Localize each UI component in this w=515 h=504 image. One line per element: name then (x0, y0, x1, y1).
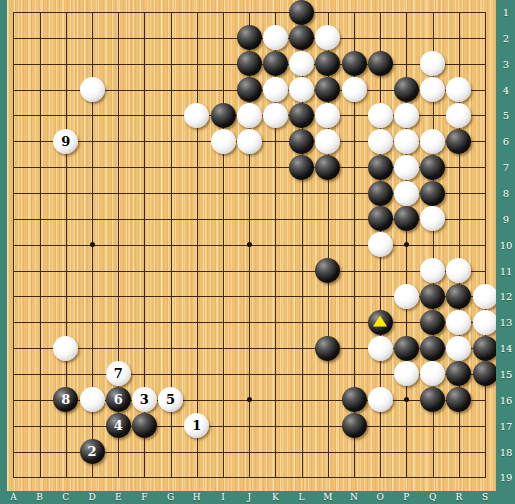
stone-white-I6[interactable] (211, 129, 236, 154)
stone-black-K3[interactable] (263, 51, 288, 76)
move-number-label: 8 (61, 393, 70, 406)
stone-black-L5[interactable] (289, 103, 314, 128)
stone-black-R12[interactable] (446, 284, 471, 309)
stone-white-Q6[interactable] (420, 129, 445, 154)
stone-white-P7[interactable] (394, 155, 419, 180)
stone-white-K5[interactable] (263, 103, 288, 128)
triangle-marker-icon (373, 316, 387, 327)
stone-black-D18[interactable]: 2 (80, 439, 105, 464)
star-point-J10 (247, 242, 252, 247)
stone-white-H17[interactable]: 1 (184, 413, 209, 438)
stone-white-K2[interactable] (263, 25, 288, 50)
move-number-label: 5 (166, 393, 175, 406)
stone-white-S13[interactable] (473, 310, 497, 335)
row-label-12: 12 (497, 291, 515, 302)
go-board-screen: 978635412 ABCDEFGHIJKLMNOPQRS 1234567891… (0, 0, 515, 504)
stone-black-Q13[interactable] (420, 310, 445, 335)
stone-white-Q3[interactable] (420, 51, 445, 76)
grid-horizontal-line-19 (13, 477, 486, 478)
stone-white-J6[interactable] (237, 129, 262, 154)
row-label-5: 5 (497, 110, 515, 121)
stone-black-O3[interactable] (368, 51, 393, 76)
row-label-14: 14 (497, 343, 515, 354)
grid-horizontal-line-13 (13, 322, 486, 323)
stone-white-F16[interactable]: 3 (132, 387, 157, 412)
stone-white-C14[interactable] (53, 336, 78, 361)
stone-white-J5[interactable] (237, 103, 262, 128)
stone-white-R13[interactable] (446, 310, 471, 335)
row-label-19: 19 (497, 472, 515, 483)
row-label-15: 15 (497, 369, 515, 380)
star-point-P10 (404, 242, 409, 247)
row-label-1: 1 (497, 7, 515, 18)
star-point-J16 (247, 397, 252, 402)
stone-white-R14[interactable] (446, 336, 471, 361)
stone-white-M2[interactable] (315, 25, 340, 50)
stone-black-J2[interactable] (237, 25, 262, 50)
stone-white-R5[interactable] (446, 103, 471, 128)
stone-black-M4[interactable] (315, 77, 340, 102)
column-label-R: R (452, 492, 466, 502)
stone-white-C6[interactable]: 9 (53, 129, 78, 154)
row-label-13: 13 (497, 317, 515, 328)
stone-black-O13[interactable] (368, 310, 393, 335)
stone-black-N17[interactable] (342, 413, 367, 438)
star-point-P16 (404, 397, 409, 402)
star-point-D10 (90, 242, 95, 247)
stone-white-O14[interactable] (368, 336, 393, 361)
stone-black-P4[interactable] (394, 77, 419, 102)
grid-horizontal-line-11 (13, 271, 486, 272)
row-label-10: 10 (497, 240, 515, 251)
row-label-18: 18 (497, 447, 515, 458)
column-label-C: C (59, 492, 73, 502)
stone-white-P15[interactable] (394, 361, 419, 386)
stone-white-M5[interactable] (315, 103, 340, 128)
row-label-11: 11 (497, 266, 515, 277)
stone-black-N16[interactable] (342, 387, 367, 412)
stone-black-Q16[interactable] (420, 387, 445, 412)
move-number-label: 9 (61, 135, 70, 148)
stone-white-L3[interactable] (289, 51, 314, 76)
stone-white-Q11[interactable] (420, 258, 445, 283)
row-label-6: 6 (497, 136, 515, 147)
stone-white-R11[interactable] (446, 258, 471, 283)
stone-white-S12[interactable] (473, 284, 497, 309)
move-number-label: 2 (87, 445, 96, 458)
stone-white-R4[interactable] (446, 77, 471, 102)
stone-white-O5[interactable] (368, 103, 393, 128)
stone-black-Q8[interactable] (420, 181, 445, 206)
stone-black-J4[interactable] (237, 77, 262, 102)
move-number-label: 4 (114, 419, 123, 432)
stone-black-N3[interactable] (342, 51, 367, 76)
column-label-N: N (347, 492, 361, 502)
column-label-J: J (242, 492, 256, 502)
stone-black-O7[interactable] (368, 155, 393, 180)
column-label-O: O (373, 492, 387, 502)
stone-black-L6[interactable] (289, 129, 314, 154)
move-number-label: 3 (140, 393, 149, 406)
stone-black-P9[interactable] (394, 206, 419, 231)
move-number-label: 6 (114, 393, 123, 406)
stone-black-R16[interactable] (446, 387, 471, 412)
stone-black-Q7[interactable] (420, 155, 445, 180)
move-number-label: 1 (192, 419, 201, 432)
column-label-B: B (33, 492, 47, 502)
stone-black-S14[interactable] (473, 336, 497, 361)
stone-white-Q15[interactable] (420, 361, 445, 386)
stone-white-O6[interactable] (368, 129, 393, 154)
column-label-A: A (6, 492, 20, 502)
column-label-F: F (137, 492, 151, 502)
stone-white-Q9[interactable] (420, 206, 445, 231)
stone-black-M11[interactable] (315, 258, 340, 283)
stone-black-E16[interactable]: 6 (106, 387, 131, 412)
stone-black-L7[interactable] (289, 155, 314, 180)
column-label-D: D (85, 492, 99, 502)
row-label-17: 17 (497, 421, 515, 432)
column-label-K: K (268, 492, 282, 502)
stone-black-P14[interactable] (394, 336, 419, 361)
row-label-7: 7 (497, 162, 515, 173)
stone-white-P12[interactable] (394, 284, 419, 309)
grid-horizontal-line-17 (13, 426, 486, 427)
stone-white-P5[interactable] (394, 103, 419, 128)
column-label-G: G (164, 492, 178, 502)
stone-black-S15[interactable] (473, 361, 497, 386)
stone-black-Q14[interactable] (420, 336, 445, 361)
stone-white-N4[interactable] (342, 77, 367, 102)
stone-white-D4[interactable] (80, 77, 105, 102)
stone-white-P6[interactable] (394, 129, 419, 154)
stone-black-R6[interactable] (446, 129, 471, 154)
stone-white-H5[interactable] (184, 103, 209, 128)
stone-white-D16[interactable] (80, 387, 105, 412)
stone-black-O9[interactable] (368, 206, 393, 231)
row-label-9: 9 (497, 214, 515, 225)
column-label-L: L (295, 492, 309, 502)
column-label-M: M (321, 492, 335, 502)
column-label-Q: Q (426, 492, 440, 502)
stone-black-M3[interactable] (315, 51, 340, 76)
column-label-E: E (111, 492, 125, 502)
stone-black-F17[interactable] (132, 413, 157, 438)
stone-white-E15[interactable]: 7 (106, 361, 131, 386)
stone-black-O8[interactable] (368, 181, 393, 206)
stone-black-M7[interactable] (315, 155, 340, 180)
row-label-8: 8 (497, 188, 515, 199)
stone-white-K4[interactable] (263, 77, 288, 102)
stone-white-O10[interactable] (368, 232, 393, 257)
column-label-S: S (478, 492, 492, 502)
stone-black-C16[interactable]: 8 (53, 387, 78, 412)
column-label-I: I (216, 492, 230, 502)
stone-black-E17[interactable]: 4 (106, 413, 131, 438)
go-board[interactable]: 978635412 (7, 0, 496, 491)
stone-white-G16[interactable]: 5 (158, 387, 183, 412)
row-label-16: 16 (497, 395, 515, 406)
stone-black-R15[interactable] (446, 361, 471, 386)
row-label-4: 4 (497, 85, 515, 96)
stone-black-I5[interactable] (211, 103, 236, 128)
column-label-P: P (399, 492, 413, 502)
stone-white-M6[interactable] (315, 129, 340, 154)
stone-white-O16[interactable] (368, 387, 393, 412)
row-label-2: 2 (497, 33, 515, 44)
stone-black-M14[interactable] (315, 336, 340, 361)
move-number-label: 7 (114, 367, 123, 380)
row-label-3: 3 (497, 59, 515, 70)
stone-black-J3[interactable] (237, 51, 262, 76)
stone-black-L1[interactable] (289, 0, 314, 25)
stone-black-Q12[interactable] (420, 284, 445, 309)
column-label-H: H (190, 492, 204, 502)
stone-white-P8[interactable] (394, 181, 419, 206)
stone-white-L4[interactable] (289, 77, 314, 102)
grid-vertical-line-S (485, 12, 486, 478)
stone-black-L2[interactable] (289, 25, 314, 50)
stone-white-Q4[interactable] (420, 77, 445, 102)
